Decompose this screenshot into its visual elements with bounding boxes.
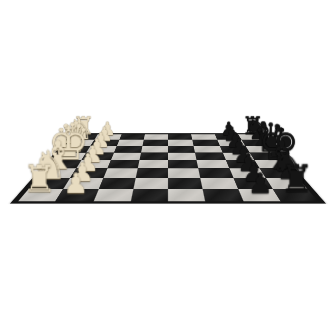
square-d6 — [195, 153, 225, 160]
square-c6 — [194, 146, 223, 153]
square-f5 — [168, 168, 201, 178]
chess-board: ♜♟♟♜♞♟♟♞♝♟♟♝♛♟♟♛♚♟♟♚♝♟♟♝♞♟♟♞♜♟♟♜ — [10, 133, 326, 203]
square-f3 — [103, 168, 138, 178]
square-h8: ♜ — [272, 189, 317, 202]
board-scene: ♜♟♟♜♞♟♟♞♝♟♟♝♛♟♟♛♚♟♟♚♝♟♟♝♞♟♟♞♜♟♟♜ — [0, 0, 333, 333]
square-d4 — [139, 153, 168, 160]
square-d5 — [168, 153, 197, 160]
square-h3 — [93, 189, 133, 202]
square-e3 — [107, 160, 139, 168]
square-h6 — [203, 189, 243, 202]
square-g4 — [133, 178, 168, 189]
square-c4 — [141, 146, 168, 153]
square-h4 — [131, 189, 168, 202]
square-c3 — [114, 146, 143, 153]
square-d3 — [111, 153, 141, 160]
white-pawn: ♟ — [58, 170, 95, 198]
square-g5 — [168, 178, 203, 189]
square-h7: ♟ — [238, 189, 281, 202]
square-h5 — [168, 189, 205, 202]
square-h2: ♟ — [56, 189, 99, 202]
square-e4 — [137, 160, 168, 168]
white-rook: ♜ — [21, 160, 58, 198]
product-photo: ♜♟♟♜♞♟♟♞♝♟♟♝♛♟♟♛♚♟♟♚♝♟♟♝♞♟♟♞♜♟♟♜ — [0, 0, 333, 333]
square-e6 — [197, 160, 229, 168]
black-rook: ♜ — [278, 160, 315, 198]
square-f6 — [199, 168, 234, 178]
square-f4 — [135, 168, 168, 178]
black-pawn: ♟ — [241, 170, 278, 198]
square-e5 — [168, 160, 199, 168]
square-g3 — [98, 178, 135, 189]
square-g6 — [201, 178, 238, 189]
square-c5 — [168, 146, 195, 153]
